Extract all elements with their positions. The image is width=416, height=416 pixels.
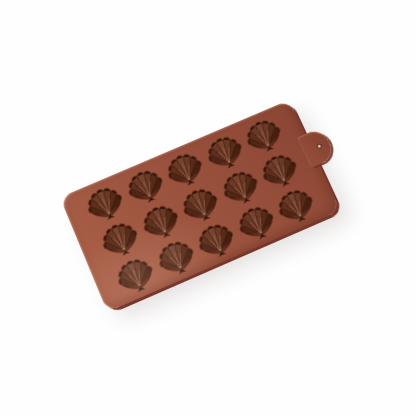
chocolate-mold-body: [60, 100, 341, 312]
hanging-tab: [297, 127, 336, 168]
product-photo: [0, 0, 416, 416]
hanging-hole-icon: [315, 142, 323, 150]
